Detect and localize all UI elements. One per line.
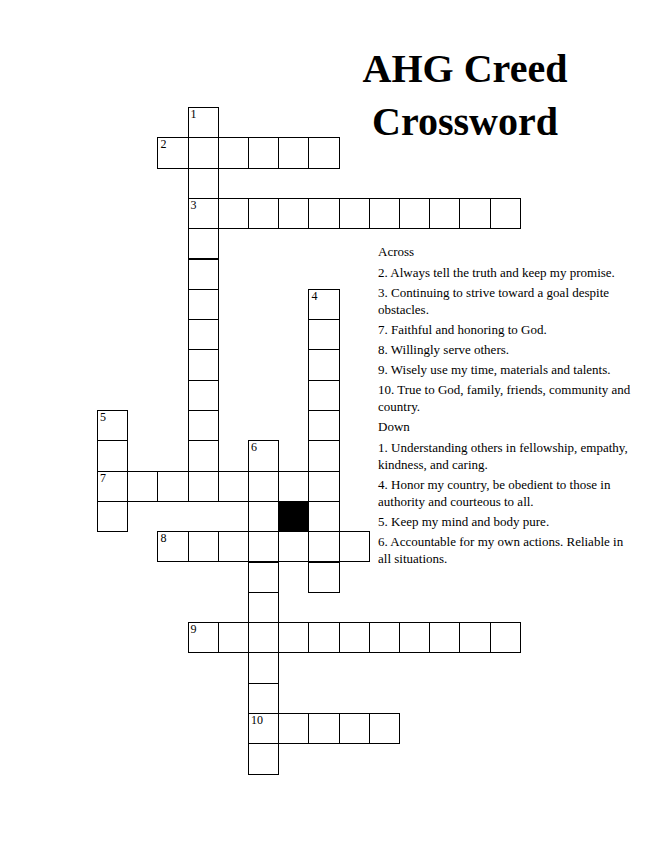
cell-r5c3[interactable] [188,259,219,290]
cell-r14c8[interactable] [339,531,370,562]
cell-r3c4[interactable] [218,198,249,229]
down-clue-1: 1. Understanding others in fellowship, e… [378,439,633,473]
cell-r1c7[interactable] [308,137,339,168]
clue-number-5: 5 [100,411,106,424]
cell-r6c7[interactable]: 4 [308,289,339,320]
cell-r12c7[interactable] [308,471,339,502]
cell-r20c9[interactable] [369,713,400,744]
down-clue-4: 4. Honor my country, be obedient to thos… [378,476,633,510]
title-line-1: AHG Creed [325,42,605,95]
cell-r17c6[interactable] [278,622,309,653]
cell-r17c4[interactable] [218,622,249,653]
cell-r3c11[interactable] [429,198,460,229]
across-clue-10: 10. True to God, family, friends, commun… [378,381,633,415]
cell-r20c6[interactable] [278,713,309,744]
cell-r12c3[interactable] [188,471,219,502]
cell-r0c3[interactable]: 1 [188,107,219,138]
cell-r14c4[interactable] [218,531,249,562]
cell-r8c7[interactable] [308,349,339,380]
across-clue-2: 2. Always tell the truth and keep my pro… [378,264,633,281]
cell-r15c5[interactable] [248,562,279,593]
down-clues: 1. Understanding others in fellowship, e… [378,439,633,567]
cell-r2c3[interactable] [188,168,219,199]
cell-r3c12[interactable] [459,198,490,229]
cell-r15c7[interactable] [308,562,339,593]
across-clue-8: 8. Willingly serve others. [378,341,633,358]
cell-r18c5[interactable] [248,652,279,683]
cell-r17c11[interactable] [429,622,460,653]
cell-r11c3[interactable] [188,440,219,471]
cell-r20c5[interactable]: 10 [248,713,279,744]
clue-number-3: 3 [191,199,197,212]
cell-r17c7[interactable] [308,622,339,653]
cell-r12c5[interactable] [248,471,279,502]
cell-r13c0[interactable] [97,501,128,532]
across-clue-9: 9. Wisely use my time, materials and tal… [378,361,633,378]
across-clue-3: 3. Continuing to strive toward a goal de… [378,284,633,318]
cell-r17c12[interactable] [459,622,490,653]
cell-r1c2[interactable]: 2 [157,137,188,168]
across-clues: 2. Always tell the truth and keep my pro… [378,264,633,415]
clue-number-7: 7 [100,472,106,485]
cell-r17c5[interactable] [248,622,279,653]
cell-r9c7[interactable] [308,380,339,411]
clue-number-9: 9 [191,623,197,636]
cell-r10c7[interactable] [308,410,339,441]
cell-r1c5[interactable] [248,137,279,168]
blocked-cell-r13c6 [278,501,309,532]
cell-r17c10[interactable] [399,622,430,653]
clue-number-10: 10 [251,714,263,727]
cell-r11c0[interactable] [97,440,128,471]
cell-r4c3[interactable] [188,228,219,259]
clue-number-1: 1 [191,108,197,121]
cell-r12c1[interactable] [127,471,158,502]
cell-r20c8[interactable] [339,713,370,744]
cell-r20c7[interactable] [308,713,339,744]
cell-r7c3[interactable] [188,319,219,350]
cell-r3c7[interactable] [308,198,339,229]
cell-r3c6[interactable] [278,198,309,229]
cell-r13c7[interactable] [308,501,339,532]
cell-r13c5[interactable] [248,501,279,532]
cell-r3c3[interactable]: 3 [188,198,219,229]
cell-r7c7[interactable] [308,319,339,350]
cell-r14c2[interactable]: 8 [157,531,188,562]
cell-r3c5[interactable] [248,198,279,229]
cell-r10c3[interactable] [188,410,219,441]
clue-number-2: 2 [160,138,166,151]
cell-r11c5[interactable]: 6 [248,440,279,471]
cell-r9c3[interactable] [188,380,219,411]
down-clue-5: 5. Keep my mind and body pure. [378,513,633,530]
cell-r17c3[interactable]: 9 [188,622,219,653]
cell-r1c4[interactable] [218,137,249,168]
down-header: Down [378,418,633,435]
cell-r12c4[interactable] [218,471,249,502]
cell-r14c7[interactable] [308,531,339,562]
cell-r14c5[interactable] [248,531,279,562]
cell-r17c9[interactable] [369,622,400,653]
cell-r1c3[interactable] [188,137,219,168]
cell-r12c2[interactable] [157,471,188,502]
across-header: Across [378,243,633,260]
cell-r14c6[interactable] [278,531,309,562]
down-clue-6: 6. Accountable for my own actions. Relia… [378,533,633,567]
cell-r10c0[interactable]: 5 [97,410,128,441]
clue-number-4: 4 [311,290,317,303]
crossword-worksheet: AHG Creed Crossword 12345678910 Across 2… [0,0,655,847]
clue-number-6: 6 [251,441,257,454]
cell-r17c13[interactable] [490,622,521,653]
clues-panel: Across 2. Always tell the truth and keep… [378,243,633,570]
cell-r14c3[interactable] [188,531,219,562]
cell-r3c10[interactable] [399,198,430,229]
cell-r6c3[interactable] [188,289,219,320]
cell-r3c8[interactable] [339,198,370,229]
cell-r16c5[interactable] [248,592,279,623]
cell-r19c5[interactable] [248,683,279,714]
cell-r12c6[interactable] [278,471,309,502]
clue-number-8: 8 [160,532,166,545]
cell-r8c3[interactable] [188,349,219,380]
cell-r21c5[interactable] [248,743,279,774]
across-clue-7: 7. Faithful and honoring to God. [378,321,633,338]
cell-r12c0[interactable]: 7 [97,471,128,502]
cell-r11c7[interactable] [308,440,339,471]
cell-r3c9[interactable] [369,198,400,229]
cell-r17c8[interactable] [339,622,370,653]
cell-r3c13[interactable] [490,198,521,229]
cell-r1c6[interactable] [278,137,309,168]
